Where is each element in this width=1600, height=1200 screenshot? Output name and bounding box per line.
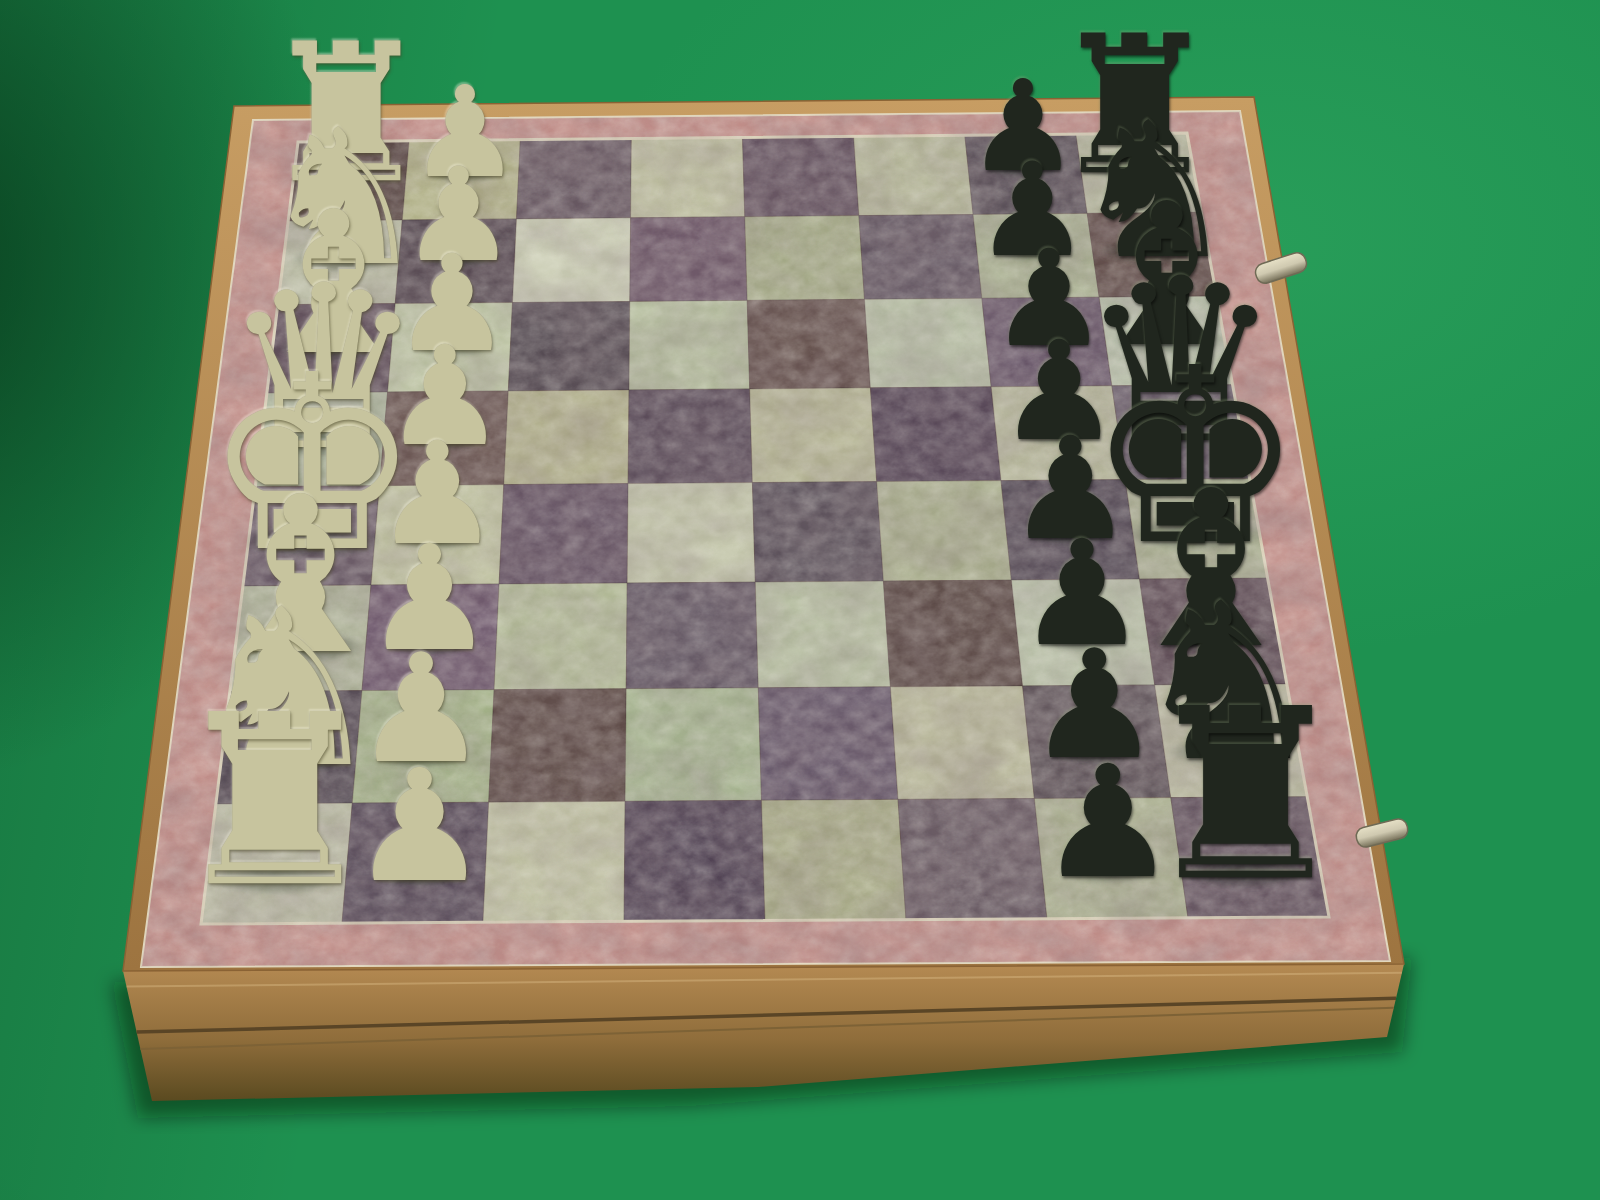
piece-black-rook-h8: ♜ [1128, 678, 1364, 914]
piece-white-pawn-h2: ♟ [342, 749, 497, 904]
chess-photo-scene: ♜♞♝♛♚♝♞♜♟♟♟♟♟♟♟♟♟♟♟♟♟♟♟♟♜♞♝♛♚♝♞♜ [0, 0, 1600, 1200]
pieces-layer: ♜♞♝♛♚♝♞♜♟♟♟♟♟♟♟♟♟♟♟♟♟♟♟♟♜♞♝♛♚♝♞♜ [0, 0, 1600, 1200]
